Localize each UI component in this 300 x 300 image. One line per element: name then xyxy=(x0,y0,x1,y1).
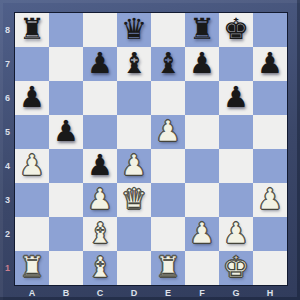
white-queen: ♛ xyxy=(121,185,147,214)
white-pawn: ♟ xyxy=(121,151,147,180)
black-bishop: ♝ xyxy=(155,49,181,78)
square-c2[interactable]: ♝ xyxy=(83,217,117,251)
square-f5[interactable] xyxy=(185,115,219,149)
square-e4[interactable] xyxy=(151,149,185,183)
square-c4[interactable]: ♟ xyxy=(83,149,117,183)
square-c6[interactable] xyxy=(83,81,117,115)
black-king: ♚ xyxy=(223,15,249,44)
square-g2[interactable]: ♟ xyxy=(219,217,253,251)
square-d8[interactable]: ♛ xyxy=(117,13,151,47)
square-b7[interactable] xyxy=(49,47,83,81)
square-a7[interactable] xyxy=(15,47,49,81)
square-c7[interactable]: ♟ xyxy=(83,47,117,81)
square-a4[interactable]: ♟ xyxy=(15,149,49,183)
file-label-d: D xyxy=(117,286,151,299)
square-c8[interactable] xyxy=(83,13,117,47)
square-a2[interactable] xyxy=(15,217,49,251)
black-pawn: ♟ xyxy=(189,49,215,78)
square-g4[interactable] xyxy=(219,149,253,183)
square-g6[interactable]: ♟ xyxy=(219,81,253,115)
square-f2[interactable]: ♟ xyxy=(185,217,219,251)
square-a5[interactable] xyxy=(15,115,49,149)
white-rook: ♜ xyxy=(19,253,45,282)
square-f6[interactable] xyxy=(185,81,219,115)
black-pawn: ♟ xyxy=(223,83,249,112)
black-rook: ♜ xyxy=(19,15,45,44)
black-pawn: ♟ xyxy=(87,151,113,180)
square-b4[interactable] xyxy=(49,149,83,183)
square-g8[interactable]: ♚ xyxy=(219,13,253,47)
black-queen: ♛ xyxy=(121,15,147,44)
rank-label-4: 4 xyxy=(1,149,14,183)
square-h1[interactable] xyxy=(253,251,287,285)
square-a1[interactable]: ♜ xyxy=(15,251,49,285)
white-pawn: ♟ xyxy=(189,219,215,248)
square-e5[interactable]: ♟ xyxy=(151,115,185,149)
square-b2[interactable] xyxy=(49,217,83,251)
white-pawn: ♟ xyxy=(257,185,283,214)
black-pawn: ♟ xyxy=(53,117,79,146)
square-f4[interactable] xyxy=(185,149,219,183)
square-h2[interactable] xyxy=(253,217,287,251)
file-label-a: A xyxy=(15,286,49,299)
square-d1[interactable] xyxy=(117,251,151,285)
square-e3[interactable] xyxy=(151,183,185,217)
square-h4[interactable] xyxy=(253,149,287,183)
square-b8[interactable] xyxy=(49,13,83,47)
square-g1[interactable]: ♚ xyxy=(219,251,253,285)
black-pawn: ♟ xyxy=(257,49,283,78)
square-a3[interactable] xyxy=(15,183,49,217)
square-d2[interactable] xyxy=(117,217,151,251)
square-d7[interactable]: ♝ xyxy=(117,47,151,81)
file-label-e: E xyxy=(151,286,185,299)
black-bishop: ♝ xyxy=(121,49,147,78)
rank-label-2: 2 xyxy=(1,217,14,251)
rank-label-8: 8 xyxy=(1,13,14,47)
white-pawn: ♟ xyxy=(87,185,113,214)
square-b5[interactable]: ♟ xyxy=(49,115,83,149)
square-e8[interactable] xyxy=(151,13,185,47)
square-g7[interactable] xyxy=(219,47,253,81)
file-label-g: G xyxy=(219,286,253,299)
rank-label-1: 1 xyxy=(1,251,14,285)
square-e1[interactable]: ♜ xyxy=(151,251,185,285)
square-f3[interactable] xyxy=(185,183,219,217)
square-g3[interactable] xyxy=(219,183,253,217)
square-b1[interactable] xyxy=(49,251,83,285)
square-b6[interactable] xyxy=(49,81,83,115)
square-h7[interactable]: ♟ xyxy=(253,47,287,81)
file-label-b: B xyxy=(49,286,83,299)
chess-board: ♜♛♜♚♟♝♝♟♟♟♟♟♟♟♟♟♟♛♟♝♟♟♜♝♜♚ xyxy=(15,13,287,285)
square-h3[interactable]: ♟ xyxy=(253,183,287,217)
file-label-c: C xyxy=(83,286,117,299)
square-d3[interactable]: ♛ xyxy=(117,183,151,217)
square-e7[interactable]: ♝ xyxy=(151,47,185,81)
square-h8[interactable] xyxy=(253,13,287,47)
white-rook: ♜ xyxy=(155,253,181,282)
file-label-h: H xyxy=(253,286,287,299)
white-pawn: ♟ xyxy=(155,117,181,146)
white-bishop: ♝ xyxy=(87,219,113,248)
rank-label-5: 5 xyxy=(1,115,14,149)
square-d5[interactable] xyxy=(117,115,151,149)
square-e6[interactable] xyxy=(151,81,185,115)
square-h6[interactable] xyxy=(253,81,287,115)
square-d6[interactable] xyxy=(117,81,151,115)
white-pawn: ♟ xyxy=(19,151,45,180)
white-bishop: ♝ xyxy=(87,253,113,282)
square-c5[interactable] xyxy=(83,115,117,149)
chess-diagram: ♜♛♜♚♟♝♝♟♟♟♟♟♟♟♟♟♟♛♟♝♟♟♜♝♜♚ 87654321 ABCD… xyxy=(0,0,300,300)
rank-label-7: 7 xyxy=(1,47,14,81)
black-rook: ♜ xyxy=(189,15,215,44)
square-g5[interactable] xyxy=(219,115,253,149)
square-c1[interactable]: ♝ xyxy=(83,251,117,285)
square-a8[interactable]: ♜ xyxy=(15,13,49,47)
square-f1[interactable] xyxy=(185,251,219,285)
white-king: ♚ xyxy=(223,253,249,282)
square-b3[interactable] xyxy=(49,183,83,217)
square-f7[interactable]: ♟ xyxy=(185,47,219,81)
square-h5[interactable] xyxy=(253,115,287,149)
square-a6[interactable]: ♟ xyxy=(15,81,49,115)
white-pawn: ♟ xyxy=(223,219,249,248)
rank-label-3: 3 xyxy=(1,183,14,217)
square-e2[interactable] xyxy=(151,217,185,251)
rank-label-6: 6 xyxy=(1,81,14,115)
square-f8[interactable]: ♜ xyxy=(185,13,219,47)
file-label-f: F xyxy=(185,286,219,299)
black-pawn: ♟ xyxy=(87,49,113,78)
square-d4[interactable]: ♟ xyxy=(117,149,151,183)
black-pawn: ♟ xyxy=(19,83,45,112)
square-c3[interactable]: ♟ xyxy=(83,183,117,217)
